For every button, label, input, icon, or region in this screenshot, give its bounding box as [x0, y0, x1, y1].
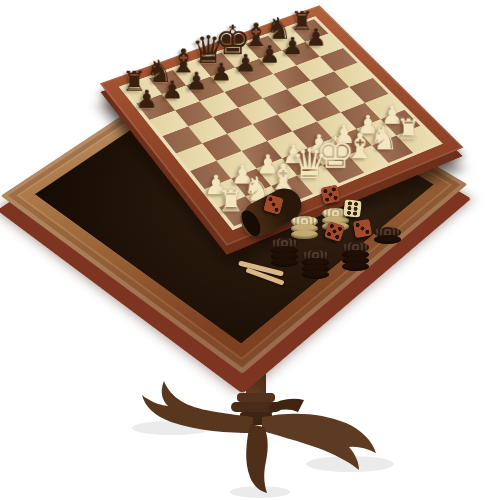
checker-stack-dark: [302, 250, 329, 279]
storage-tray-items: [0, 0, 500, 500]
die-terracotta: [352, 218, 372, 238]
checker-stack-dark: [271, 238, 298, 267]
checker-disc: [374, 235, 401, 244]
checker-disc: [342, 262, 369, 271]
dice-cup-mouth: [236, 207, 264, 240]
checker-disc: [302, 270, 329, 279]
die-terracotta: [320, 184, 340, 204]
checker-stack-cream: [291, 216, 318, 239]
checker-disc: [271, 258, 298, 267]
die-cream: [343, 199, 362, 218]
product-photo: ♜♟♟♜♞♟♟♞♝♟♟♝♚♟♟♚♛♟♟♛♝♟♟♝♞♟♟♞♜♟♟♜: [0, 0, 500, 500]
die-terracotta: [263, 194, 284, 215]
checker-stack-dark: [342, 242, 369, 271]
checker-stack-dark: [374, 227, 401, 244]
